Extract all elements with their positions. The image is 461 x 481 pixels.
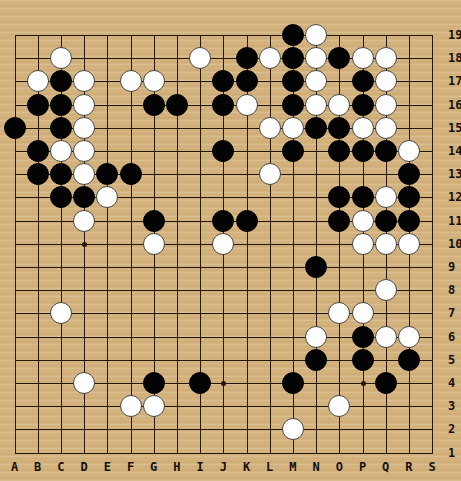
black-stone[interactable]: [282, 70, 304, 92]
black-stone[interactable]: [352, 70, 374, 92]
black-stone[interactable]: [328, 140, 350, 162]
row-label: 11: [448, 214, 461, 228]
black-stone[interactable]: [328, 186, 350, 208]
white-stone[interactable]: [352, 233, 374, 255]
row-label: 15: [448, 121, 461, 135]
column-label: E: [99, 460, 115, 474]
white-stone[interactable]: [73, 117, 95, 139]
column-label: D: [76, 460, 92, 474]
white-stone[interactable]: [328, 395, 350, 417]
black-stone[interactable]: [398, 210, 420, 232]
white-stone[interactable]: [259, 47, 281, 69]
black-stone[interactable]: [282, 47, 304, 69]
column-label: K: [239, 460, 255, 474]
white-stone[interactable]: [352, 210, 374, 232]
column-label: I: [192, 460, 208, 474]
white-stone[interactable]: [73, 140, 95, 162]
row-label: 12: [448, 190, 461, 204]
column-label: J: [215, 460, 231, 474]
star-point: [361, 381, 366, 386]
column-label: C: [53, 460, 69, 474]
black-stone[interactable]: [352, 94, 374, 116]
white-stone[interactable]: [259, 163, 281, 185]
black-stone[interactable]: [50, 117, 72, 139]
black-stone[interactable]: [27, 140, 49, 162]
white-stone[interactable]: [398, 326, 420, 348]
column-label: R: [401, 460, 417, 474]
white-stone[interactable]: [352, 117, 374, 139]
grid-line-horizontal: [15, 290, 434, 291]
grid-line-horizontal: [15, 35, 434, 36]
black-stone[interactable]: [398, 186, 420, 208]
row-label: 3: [448, 399, 461, 413]
white-stone[interactable]: [375, 326, 397, 348]
black-stone[interactable]: [143, 372, 165, 394]
black-stone[interactable]: [328, 210, 350, 232]
black-stone[interactable]: [375, 372, 397, 394]
black-stone[interactable]: [282, 24, 304, 46]
row-label: 2: [448, 422, 461, 436]
black-stone[interactable]: [236, 47, 258, 69]
black-stone[interactable]: [96, 163, 118, 185]
star-point: [82, 242, 87, 247]
white-stone[interactable]: [259, 117, 281, 139]
row-label: 7: [448, 306, 461, 320]
row-label: 19: [448, 28, 461, 42]
white-stone[interactable]: [328, 302, 350, 324]
black-stone[interactable]: [212, 140, 234, 162]
black-stone[interactable]: [375, 140, 397, 162]
white-stone[interactable]: [120, 70, 142, 92]
black-stone[interactable]: [328, 117, 350, 139]
row-label: 18: [448, 51, 461, 65]
row-label: 9: [448, 260, 461, 274]
black-stone[interactable]: [282, 94, 304, 116]
white-stone[interactable]: [143, 233, 165, 255]
black-stone[interactable]: [236, 210, 258, 232]
row-label: 4: [448, 376, 461, 390]
white-stone[interactable]: [50, 47, 72, 69]
column-label: L: [262, 460, 278, 474]
row-label: 6: [448, 330, 461, 344]
white-stone[interactable]: [120, 395, 142, 417]
white-stone[interactable]: [50, 302, 72, 324]
grid-line-horizontal: [15, 267, 434, 268]
white-stone[interactable]: [305, 94, 327, 116]
black-stone[interactable]: [398, 163, 420, 185]
white-stone[interactable]: [73, 163, 95, 185]
white-stone[interactable]: [375, 94, 397, 116]
white-stone[interactable]: [236, 94, 258, 116]
white-stone[interactable]: [27, 70, 49, 92]
black-stone[interactable]: [50, 186, 72, 208]
white-stone[interactable]: [282, 418, 304, 440]
grid-line-horizontal: [15, 453, 434, 454]
black-stone[interactable]: [352, 140, 374, 162]
black-stone[interactable]: [50, 70, 72, 92]
white-stone[interactable]: [375, 47, 397, 69]
black-stone[interactable]: [212, 210, 234, 232]
white-stone[interactable]: [352, 47, 374, 69]
white-stone[interactable]: [375, 279, 397, 301]
black-stone[interactable]: [352, 186, 374, 208]
black-stone[interactable]: [305, 349, 327, 371]
column-label: B: [30, 460, 46, 474]
black-stone[interactable]: [375, 210, 397, 232]
grid-line-horizontal: [15, 429, 434, 430]
black-stone[interactable]: [305, 117, 327, 139]
black-stone[interactable]: [328, 47, 350, 69]
row-label: 16: [448, 98, 461, 112]
column-label: Q: [378, 460, 394, 474]
white-stone[interactable]: [375, 70, 397, 92]
black-stone[interactable]: [73, 186, 95, 208]
row-label: 1: [448, 446, 461, 460]
row-label: 10: [448, 237, 461, 251]
row-label: 13: [448, 167, 461, 181]
white-stone[interactable]: [50, 140, 72, 162]
black-stone[interactable]: [143, 210, 165, 232]
black-stone[interactable]: [398, 349, 420, 371]
white-stone[interactable]: [212, 233, 234, 255]
column-label: H: [169, 460, 185, 474]
white-stone[interactable]: [398, 140, 420, 162]
column-label: A: [7, 460, 23, 474]
black-stone[interactable]: [4, 117, 26, 139]
black-stone[interactable]: [282, 140, 304, 162]
white-stone[interactable]: [96, 186, 118, 208]
white-stone[interactable]: [305, 326, 327, 348]
white-stone[interactable]: [143, 395, 165, 417]
black-stone[interactable]: [212, 70, 234, 92]
column-label: M: [285, 460, 301, 474]
white-stone[interactable]: [73, 70, 95, 92]
star-point: [221, 381, 226, 386]
row-label: 17: [448, 74, 461, 88]
black-stone[interactable]: [27, 163, 49, 185]
black-stone[interactable]: [282, 372, 304, 394]
white-stone[interactable]: [282, 117, 304, 139]
white-stone[interactable]: [328, 94, 350, 116]
black-stone[interactable]: [120, 163, 142, 185]
white-stone[interactable]: [305, 70, 327, 92]
white-stone[interactable]: [73, 372, 95, 394]
column-label: N: [308, 460, 324, 474]
grid-line-horizontal: [15, 406, 434, 407]
row-label: 14: [448, 144, 461, 158]
black-stone[interactable]: [27, 94, 49, 116]
white-stone[interactable]: [73, 94, 95, 116]
black-stone[interactable]: [50, 94, 72, 116]
black-stone[interactable]: [352, 326, 374, 348]
black-stone[interactable]: [305, 256, 327, 278]
go-board: ABCDEFGHIJKLMNOPQRS191817161514131211109…: [0, 0, 461, 481]
black-stone[interactable]: [212, 94, 234, 116]
column-label: G: [146, 460, 162, 474]
white-stone[interactable]: [143, 70, 165, 92]
row-label: 5: [448, 353, 461, 367]
column-label: O: [331, 460, 347, 474]
black-stone[interactable]: [236, 70, 258, 92]
column-label: F: [123, 460, 139, 474]
column-label: S: [424, 460, 440, 474]
white-stone[interactable]: [305, 24, 327, 46]
white-stone[interactable]: [398, 233, 420, 255]
white-stone[interactable]: [189, 47, 211, 69]
white-stone[interactable]: [375, 186, 397, 208]
white-stone[interactable]: [375, 117, 397, 139]
black-stone[interactable]: [166, 94, 188, 116]
black-stone[interactable]: [352, 349, 374, 371]
column-label: P: [355, 460, 371, 474]
white-stone[interactable]: [375, 233, 397, 255]
white-stone[interactable]: [73, 210, 95, 232]
black-stone[interactable]: [143, 94, 165, 116]
row-label: 8: [448, 283, 461, 297]
white-stone[interactable]: [352, 302, 374, 324]
black-stone[interactable]: [189, 372, 211, 394]
black-stone[interactable]: [50, 163, 72, 185]
white-stone[interactable]: [305, 47, 327, 69]
